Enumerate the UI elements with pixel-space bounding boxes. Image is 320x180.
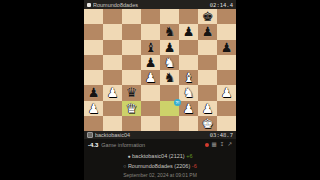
inaccuracy-badge-icon: ?! <box>174 99 181 106</box>
bottom-player-color-icon <box>87 132 93 138</box>
square-d3[interactable] <box>141 85 160 100</box>
share-icon[interactable]: ↗ <box>227 142 232 148</box>
square-h2[interactable] <box>217 101 236 116</box>
white-knight-f3[interactable]: ♞ <box>183 86 195 99</box>
square-d5[interactable]: ♟ <box>141 55 160 70</box>
square-c2[interactable]: ♛ <box>122 101 141 116</box>
square-g4[interactable] <box>198 70 217 85</box>
square-g5[interactable] <box>198 55 217 70</box>
square-e6[interactable]: ♟ <box>160 40 179 55</box>
square-a3[interactable]: ♟ <box>84 85 103 100</box>
white-pawn-g2[interactable]: ♟ <box>202 102 214 115</box>
white-pawn-a2[interactable]: ♟ <box>88 102 100 115</box>
square-e5[interactable]: ♞ <box>160 55 179 70</box>
square-d6[interactable]: ♝ <box>141 40 160 55</box>
square-a5[interactable] <box>84 55 103 70</box>
square-b5[interactable] <box>103 55 122 70</box>
black-pawn-h6[interactable]: ♟ <box>221 41 233 54</box>
square-b7[interactable] <box>103 24 122 39</box>
black-player-rating: (2121) <box>169 153 185 159</box>
square-c7[interactable] <box>122 24 141 39</box>
bottom-player-clock: 03:48.7 <box>210 132 233 138</box>
chess-board[interactable]: ♚♞♟♟♝♟♟♟♞♟♞♝♟♟♛♞♟♟♛?!♟♟♚ <box>84 9 236 131</box>
black-player-name[interactable]: backtobasic04 <box>132 153 167 159</box>
white-king-g1[interactable]: ♚ <box>202 117 214 130</box>
square-a4[interactable] <box>84 70 103 85</box>
square-a8[interactable] <box>84 9 103 24</box>
square-h4[interactable] <box>217 70 236 85</box>
board-grid-icon[interactable]: ▦ <box>212 142 217 148</box>
square-f5[interactable] <box>179 55 198 70</box>
white-player-rating: (2206) <box>174 163 190 169</box>
square-f7[interactable]: ♟ <box>179 24 198 39</box>
square-c8[interactable] <box>122 9 141 24</box>
white-queen-c2[interactable]: ♛ <box>126 102 138 115</box>
analysis-toolbar: -4.3 Game information ▦ ↧ ↗ <box>84 140 236 149</box>
square-e7[interactable]: ♞ <box>160 24 179 39</box>
square-g2[interactable]: ♟ <box>198 101 217 116</box>
square-d2[interactable] <box>141 101 160 116</box>
white-pawn-b3[interactable]: ♟ <box>107 86 119 99</box>
black-pawn-g7[interactable]: ♟ <box>202 25 214 38</box>
square-f3[interactable]: ♞ <box>179 85 198 100</box>
black-pawn-f7[interactable]: ♟ <box>183 25 195 38</box>
game-info-black-player: ● backtobasic04 (2121) +6 <box>84 153 236 159</box>
white-rating-change: -6 <box>192 163 197 169</box>
game-information-label[interactable]: Game information <box>101 142 201 148</box>
square-e8[interactable] <box>160 9 179 24</box>
square-c1[interactable] <box>122 116 141 131</box>
engine-eval: -4.3 <box>88 142 98 148</box>
square-e4[interactable]: ♞ <box>160 70 179 85</box>
square-b8[interactable] <box>103 9 122 24</box>
bottom-player-name: backtobasic04 <box>95 132 208 138</box>
square-h5[interactable] <box>217 55 236 70</box>
square-f4[interactable]: ♝ <box>179 70 198 85</box>
square-f2[interactable]: ♟ <box>179 101 198 116</box>
black-pawn-a3[interactable]: ♟ <box>88 86 100 99</box>
square-c4[interactable] <box>122 70 141 85</box>
square-c5[interactable] <box>122 55 141 70</box>
top-player-color-icon <box>87 3 91 7</box>
white-knight-e5[interactable]: ♞ <box>164 56 176 69</box>
square-h7[interactable] <box>217 24 236 39</box>
white-bishop-f4[interactable]: ♝ <box>183 71 195 84</box>
square-b3[interactable]: ♟ <box>103 85 122 100</box>
square-c3[interactable]: ♛ <box>122 85 141 100</box>
square-g3[interactable] <box>198 85 217 100</box>
white-pawn-h3[interactable]: ♟ <box>221 86 233 99</box>
black-queen-c3[interactable]: ♛ <box>126 86 138 99</box>
black-circle-icon: ● <box>128 153 131 159</box>
video-frame: Roumundo8dades 02:14.4 ♚♞♟♟♝♟♟♟♞♟♞♝♟♟♛♞♟… <box>0 0 320 180</box>
white-circle-icon: ○ <box>123 163 126 169</box>
square-g8[interactable]: ♚ <box>198 9 217 24</box>
white-pawn-d4[interactable]: ♟ <box>145 71 157 84</box>
square-f8[interactable] <box>179 9 198 24</box>
download-icon[interactable]: ↧ <box>220 142 225 148</box>
top-player-clock: 02:14.4 <box>210 2 233 8</box>
square-b1[interactable] <box>103 116 122 131</box>
black-pawn-e6[interactable]: ♟ <box>164 41 176 54</box>
black-king-g8[interactable]: ♚ <box>202 10 214 23</box>
game-date: September 02, 2024 at 09:01 PM <box>84 172 236 178</box>
square-h8[interactable] <box>217 9 236 24</box>
square-e2[interactable]: ?! <box>160 101 179 116</box>
square-b6[interactable] <box>103 40 122 55</box>
square-b4[interactable] <box>103 70 122 85</box>
square-h1[interactable] <box>217 116 236 131</box>
white-pawn-f2[interactable]: ♟ <box>183 102 195 115</box>
black-knight-e7[interactable]: ♞ <box>164 25 176 38</box>
square-a1[interactable] <box>84 116 103 131</box>
square-d1[interactable] <box>141 116 160 131</box>
bottom-player-bar: backtobasic04 03:48.7 <box>84 131 236 139</box>
white-player-name[interactable]: Roumundo8dades <box>128 163 173 169</box>
square-d4[interactable]: ♟ <box>141 70 160 85</box>
square-c6[interactable] <box>122 40 141 55</box>
square-h6[interactable]: ♟ <box>217 40 236 55</box>
black-pawn-d5[interactable]: ♟ <box>145 56 157 69</box>
record-dot-icon <box>205 143 209 147</box>
app-screen: Roumundo8dades 02:14.4 ♚♞♟♟♝♟♟♟♞♟♞♝♟♟♛♞♟… <box>84 0 236 180</box>
black-knight-e4[interactable]: ♞ <box>164 71 176 84</box>
black-rating-change: +6 <box>186 153 192 159</box>
square-a2[interactable]: ♟ <box>84 101 103 116</box>
square-b2[interactable] <box>103 101 122 116</box>
top-player-bar: Roumundo8dades 02:14.4 <box>84 0 236 9</box>
toolbar-icons: ▦ ↧ ↗ <box>205 142 232 148</box>
square-a6[interactable] <box>84 40 103 55</box>
square-g1[interactable]: ♚ <box>198 116 217 131</box>
top-player-name: Roumundo8dades <box>93 2 208 8</box>
black-bishop-d6[interactable]: ♝ <box>145 41 157 54</box>
square-g7[interactable]: ♟ <box>198 24 217 39</box>
square-d8[interactable] <box>141 9 160 24</box>
square-f6[interactable] <box>179 40 198 55</box>
square-g6[interactable] <box>198 40 217 55</box>
square-a7[interactable] <box>84 24 103 39</box>
square-f1[interactable] <box>179 116 198 131</box>
game-info-white-player: ○ Roumundo8dades (2206) -6 <box>84 163 236 169</box>
square-e1[interactable] <box>160 116 179 131</box>
square-d7[interactable] <box>141 24 160 39</box>
square-h3[interactable]: ♟ <box>217 85 236 100</box>
